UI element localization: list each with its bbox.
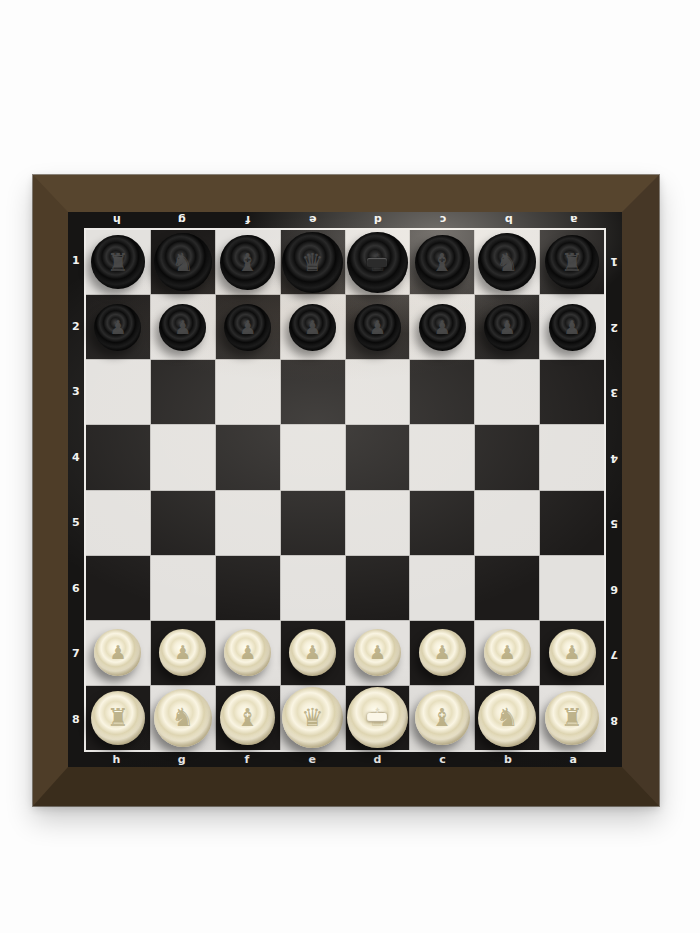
square-c5[interactable] bbox=[410, 491, 474, 555]
square-g3[interactable] bbox=[151, 360, 215, 424]
file-label-g: g bbox=[149, 752, 214, 767]
square-f3[interactable] bbox=[216, 360, 280, 424]
file-label-a: a bbox=[541, 752, 606, 767]
knight-glyph: ♞ bbox=[172, 250, 194, 275]
piece-white-rook-h8[interactable]: ♜ bbox=[91, 691, 145, 745]
piece-white-pawn-g7[interactable]: ♟ bbox=[159, 629, 206, 676]
rank-labels-left: 12345678 bbox=[68, 228, 84, 752]
square-d5[interactable] bbox=[346, 491, 410, 555]
square-a1[interactable]: ♜ bbox=[540, 230, 604, 294]
queen-glyph: ♛ bbox=[301, 705, 323, 730]
square-b4[interactable] bbox=[475, 425, 539, 489]
piece-white-knight-g8[interactable]: ♞ bbox=[154, 689, 212, 747]
pawn-glyph: ♟ bbox=[109, 643, 126, 662]
file-label-g: g bbox=[149, 212, 214, 228]
piece-black-pawn-e2[interactable]: ♟ bbox=[289, 304, 336, 351]
rook-glyph: ♜ bbox=[107, 250, 129, 275]
piece-black-knight-g1[interactable]: ♞ bbox=[154, 233, 212, 291]
square-f7[interactable]: ♟ bbox=[216, 621, 280, 685]
file-labels-top: hgfedcba bbox=[84, 212, 606, 228]
piece-white-pawn-e7[interactable]: ♟ bbox=[289, 629, 336, 676]
piece-white-king-d8[interactable]: ♚ bbox=[347, 687, 408, 748]
file-label-f: f bbox=[215, 212, 280, 228]
square-e5[interactable] bbox=[281, 491, 345, 555]
square-e4[interactable] bbox=[281, 425, 345, 489]
square-g6[interactable] bbox=[151, 556, 215, 620]
pawn-glyph: ♟ bbox=[304, 643, 321, 662]
square-c4[interactable] bbox=[410, 425, 474, 489]
square-h4[interactable] bbox=[86, 425, 150, 489]
pawn-glyph: ♟ bbox=[499, 318, 516, 337]
pawn-glyph: ♟ bbox=[239, 318, 256, 337]
square-b5[interactable] bbox=[475, 491, 539, 555]
piece-black-rook-h1[interactable]: ♜ bbox=[91, 235, 145, 289]
board-squares: ♜♞♝♛♚♝♞♜♟♟♟♟♟♟♟♟♟♟♟♟♟♟♟♟♜♞♝♛♚♝♞♜ bbox=[86, 230, 604, 750]
file-label-c: c bbox=[410, 752, 475, 767]
square-d4[interactable] bbox=[346, 425, 410, 489]
king-glyph: ♚ bbox=[366, 705, 388, 730]
board-frame: hgfedcba hgfedcba 12345678 12345678 ♜♞♝♛… bbox=[33, 175, 659, 806]
piece-white-pawn-a7[interactable]: ♟ bbox=[549, 629, 596, 676]
rank-label-8: 8 bbox=[606, 687, 622, 753]
square-c7[interactable]: ♟ bbox=[410, 621, 474, 685]
square-d1[interactable]: ♚ bbox=[346, 230, 410, 294]
rank-label-8: 8 bbox=[68, 687, 84, 753]
queen-glyph: ♛ bbox=[301, 250, 323, 275]
square-e3[interactable] bbox=[281, 360, 345, 424]
rank-label-1: 1 bbox=[68, 228, 84, 294]
square-g7[interactable]: ♟ bbox=[151, 621, 215, 685]
piece-black-knight-b1[interactable]: ♞ bbox=[478, 233, 536, 291]
square-h1[interactable]: ♜ bbox=[86, 230, 150, 294]
file-label-f: f bbox=[215, 752, 280, 767]
knight-glyph: ♞ bbox=[172, 705, 194, 730]
square-a7[interactable]: ♟ bbox=[540, 621, 604, 685]
square-c2[interactable]: ♟ bbox=[410, 295, 474, 359]
square-c3[interactable] bbox=[410, 360, 474, 424]
rank-label-7: 7 bbox=[68, 621, 84, 687]
pawn-glyph: ♟ bbox=[369, 643, 386, 662]
piece-black-king-d1[interactable]: ♚ bbox=[347, 232, 408, 293]
pawn-glyph: ♟ bbox=[174, 318, 191, 337]
rook-glyph: ♜ bbox=[561, 705, 583, 730]
piece-white-pawn-h7[interactable]: ♟ bbox=[94, 629, 141, 676]
square-f8[interactable]: ♝ bbox=[216, 686, 280, 750]
piece-black-pawn-d2[interactable]: ♟ bbox=[354, 304, 401, 351]
rank-label-3: 3 bbox=[606, 359, 622, 425]
piece-white-bishop-f8[interactable]: ♝ bbox=[220, 690, 275, 745]
pawn-glyph: ♟ bbox=[109, 318, 126, 337]
square-b8[interactable]: ♞ bbox=[475, 686, 539, 750]
piece-black-rook-a1[interactable]: ♜ bbox=[545, 235, 599, 289]
square-a4[interactable] bbox=[540, 425, 604, 489]
square-e2[interactable]: ♟ bbox=[281, 295, 345, 359]
file-label-b: b bbox=[476, 752, 541, 767]
piece-black-bishop-c1[interactable]: ♝ bbox=[415, 235, 470, 290]
file-label-e: e bbox=[280, 212, 345, 228]
rank-labels-right: 12345678 bbox=[606, 228, 622, 752]
square-d8[interactable]: ♚ bbox=[346, 686, 410, 750]
square-e7[interactable]: ♟ bbox=[281, 621, 345, 685]
file-labels-bottom: hgfedcba bbox=[84, 752, 606, 767]
square-c1[interactable]: ♝ bbox=[410, 230, 474, 294]
square-a5[interactable] bbox=[540, 491, 604, 555]
photo-background: hgfedcba hgfedcba 12345678 12345678 ♜♞♝♛… bbox=[0, 0, 700, 933]
file-label-c: c bbox=[410, 212, 475, 228]
pawn-glyph: ♟ bbox=[499, 643, 516, 662]
knight-glyph: ♞ bbox=[496, 250, 518, 275]
piece-black-pawn-h2[interactable]: ♟ bbox=[94, 304, 141, 351]
square-f5[interactable] bbox=[216, 491, 280, 555]
file-label-a: a bbox=[541, 212, 606, 228]
pawn-glyph: ♟ bbox=[239, 643, 256, 662]
piece-black-pawn-f2[interactable]: ♟ bbox=[224, 304, 271, 351]
rank-label-6: 6 bbox=[68, 556, 84, 622]
piece-white-pawn-d7[interactable]: ♟ bbox=[354, 629, 401, 676]
piece-white-rook-a8[interactable]: ♜ bbox=[545, 691, 599, 745]
piece-white-pawn-b7[interactable]: ♟ bbox=[484, 629, 531, 676]
piece-white-knight-b8[interactable]: ♞ bbox=[478, 689, 536, 747]
square-e1[interactable]: ♛ bbox=[281, 230, 345, 294]
square-b6[interactable] bbox=[475, 556, 539, 620]
piece-white-pawn-f7[interactable]: ♟ bbox=[224, 629, 271, 676]
piece-white-bishop-c8[interactable]: ♝ bbox=[415, 690, 470, 745]
rank-label-5: 5 bbox=[606, 490, 622, 556]
file-label-b: b bbox=[476, 212, 541, 228]
rook-glyph: ♜ bbox=[561, 250, 583, 275]
piece-black-pawn-b2[interactable]: ♟ bbox=[484, 304, 531, 351]
pawn-glyph: ♟ bbox=[174, 643, 191, 662]
square-b2[interactable]: ♟ bbox=[475, 295, 539, 359]
chess-board: hgfedcba hgfedcba 12345678 12345678 ♜♞♝♛… bbox=[68, 212, 622, 767]
square-f6[interactable] bbox=[216, 556, 280, 620]
pawn-glyph: ♟ bbox=[304, 318, 321, 337]
square-d2[interactable]: ♟ bbox=[346, 295, 410, 359]
square-g1[interactable]: ♞ bbox=[151, 230, 215, 294]
bishop-glyph: ♝ bbox=[236, 250, 258, 275]
square-g2[interactable]: ♟ bbox=[151, 295, 215, 359]
square-c8[interactable]: ♝ bbox=[410, 686, 474, 750]
square-b3[interactable] bbox=[475, 360, 539, 424]
square-a6[interactable] bbox=[540, 556, 604, 620]
square-h3[interactable] bbox=[86, 360, 150, 424]
piece-black-queen-e1[interactable]: ♛ bbox=[282, 232, 343, 293]
pawn-glyph: ♟ bbox=[564, 643, 581, 662]
square-a8[interactable]: ♜ bbox=[540, 686, 604, 750]
square-f2[interactable]: ♟ bbox=[216, 295, 280, 359]
piece-white-pawn-c7[interactable]: ♟ bbox=[419, 629, 466, 676]
piece-black-pawn-g2[interactable]: ♟ bbox=[159, 304, 206, 351]
file-label-e: e bbox=[280, 752, 345, 767]
square-e6[interactable] bbox=[281, 556, 345, 620]
square-f4[interactable] bbox=[216, 425, 280, 489]
square-h7[interactable]: ♟ bbox=[86, 621, 150, 685]
square-a2[interactable]: ♟ bbox=[540, 295, 604, 359]
square-c6[interactable] bbox=[410, 556, 474, 620]
file-label-h: h bbox=[84, 212, 149, 228]
pawn-glyph: ♟ bbox=[434, 318, 451, 337]
square-d6[interactable] bbox=[346, 556, 410, 620]
piece-black-pawn-a2[interactable]: ♟ bbox=[549, 304, 596, 351]
file-label-h: h bbox=[84, 752, 149, 767]
rank-label-6: 6 bbox=[606, 556, 622, 622]
piece-black-pawn-c2[interactable]: ♟ bbox=[419, 304, 466, 351]
pawn-glyph: ♟ bbox=[564, 318, 581, 337]
square-h5[interactable] bbox=[86, 491, 150, 555]
pawn-glyph: ♟ bbox=[434, 643, 451, 662]
square-g8[interactable]: ♞ bbox=[151, 686, 215, 750]
king-glyph: ♚ bbox=[366, 250, 388, 275]
file-label-d: d bbox=[345, 752, 410, 767]
square-a3[interactable] bbox=[540, 360, 604, 424]
knight-glyph: ♞ bbox=[496, 705, 518, 730]
square-b1[interactable]: ♞ bbox=[475, 230, 539, 294]
playing-area: ♜♞♝♛♚♝♞♜♟♟♟♟♟♟♟♟♟♟♟♟♟♟♟♟♜♞♝♛♚♝♞♜ bbox=[84, 228, 606, 752]
rank-label-7: 7 bbox=[606, 621, 622, 687]
piece-white-queen-e8[interactable]: ♛ bbox=[282, 687, 343, 748]
rank-label-4: 4 bbox=[68, 425, 84, 491]
rook-glyph: ♜ bbox=[107, 705, 129, 730]
rank-label-2: 2 bbox=[68, 294, 84, 360]
square-g4[interactable] bbox=[151, 425, 215, 489]
bishop-glyph: ♝ bbox=[431, 705, 453, 730]
bishop-glyph: ♝ bbox=[236, 705, 258, 730]
rank-label-5: 5 bbox=[68, 490, 84, 556]
rank-label-1: 1 bbox=[606, 228, 622, 294]
bishop-glyph: ♝ bbox=[431, 250, 453, 275]
rank-label-2: 2 bbox=[606, 294, 622, 360]
square-h8[interactable]: ♜ bbox=[86, 686, 150, 750]
square-h2[interactable]: ♟ bbox=[86, 295, 150, 359]
rank-label-3: 3 bbox=[68, 359, 84, 425]
piece-black-bishop-f1[interactable]: ♝ bbox=[220, 235, 275, 290]
rank-label-4: 4 bbox=[606, 425, 622, 491]
file-label-d: d bbox=[345, 212, 410, 228]
square-f1[interactable]: ♝ bbox=[216, 230, 280, 294]
square-b7[interactable]: ♟ bbox=[475, 621, 539, 685]
square-d7[interactable]: ♟ bbox=[346, 621, 410, 685]
square-d3[interactable] bbox=[346, 360, 410, 424]
square-g5[interactable] bbox=[151, 491, 215, 555]
square-e8[interactable]: ♛ bbox=[281, 686, 345, 750]
square-h6[interactable] bbox=[86, 556, 150, 620]
pawn-glyph: ♟ bbox=[369, 318, 386, 337]
